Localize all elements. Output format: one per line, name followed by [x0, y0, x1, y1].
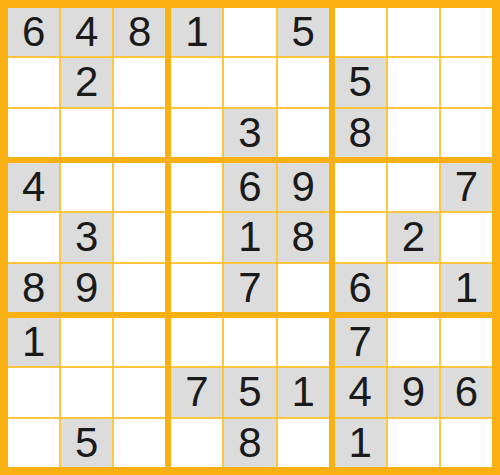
cell-r4c7[interactable]: [335, 163, 386, 211]
cell-r6c9: 1: [441, 264, 492, 312]
cell-r3c8[interactable]: [388, 109, 439, 157]
cell-r6c7: 6: [335, 264, 386, 312]
box-8: 7518: [171, 318, 328, 467]
cell-r5c4[interactable]: [171, 213, 222, 261]
cell-r9c9[interactable]: [441, 419, 492, 467]
cell-r8c1[interactable]: [8, 368, 59, 416]
box-7: 15: [8, 318, 165, 467]
cell-r5c6: 8: [278, 213, 329, 261]
cell-r1c9[interactable]: [441, 8, 492, 56]
cell-r8c4: 7: [171, 368, 222, 416]
cell-r4c1: 4: [8, 163, 59, 211]
cell-r3c9[interactable]: [441, 109, 492, 157]
cell-r9c3[interactable]: [114, 419, 165, 467]
cell-r2c3[interactable]: [114, 58, 165, 106]
cell-r4c2[interactable]: [61, 163, 112, 211]
cell-r1c2: 4: [61, 8, 112, 56]
cell-r5c7[interactable]: [335, 213, 386, 261]
cell-r3c7: 8: [335, 109, 386, 157]
cell-r2c9[interactable]: [441, 58, 492, 106]
cell-r4c3[interactable]: [114, 163, 165, 211]
cell-r7c3[interactable]: [114, 318, 165, 366]
cell-r9c2: 5: [61, 419, 112, 467]
cell-r9c4[interactable]: [171, 419, 222, 467]
cell-r8c6: 1: [278, 368, 329, 416]
cell-r2c4[interactable]: [171, 58, 222, 106]
cell-r7c5[interactable]: [224, 318, 275, 366]
cell-r3c4[interactable]: [171, 109, 222, 157]
cell-r1c6: 5: [278, 8, 329, 56]
cell-r7c9[interactable]: [441, 318, 492, 366]
cell-r2c8[interactable]: [388, 58, 439, 106]
cell-r7c8[interactable]: [388, 318, 439, 366]
cell-r6c4[interactable]: [171, 264, 222, 312]
cell-r3c3[interactable]: [114, 109, 165, 157]
cell-r3c5: 3: [224, 109, 275, 157]
cell-r4c6: 9: [278, 163, 329, 211]
cell-r1c1: 6: [8, 8, 59, 56]
cell-r3c2[interactable]: [61, 109, 112, 157]
cell-r9c1[interactable]: [8, 419, 59, 467]
cell-r5c3[interactable]: [114, 213, 165, 261]
cell-r8c2[interactable]: [61, 368, 112, 416]
cell-r5c2: 3: [61, 213, 112, 261]
cell-r4c8[interactable]: [388, 163, 439, 211]
cell-r2c1[interactable]: [8, 58, 59, 106]
cell-r9c7: 1: [335, 419, 386, 467]
cell-r6c1: 8: [8, 264, 59, 312]
cell-r1c8[interactable]: [388, 8, 439, 56]
cell-r2c5[interactable]: [224, 58, 275, 106]
cell-r5c5: 1: [224, 213, 275, 261]
sudoku-board: 648215358438969187726115751874961: [0, 0, 500, 475]
cell-r3c6[interactable]: [278, 109, 329, 157]
cell-r4c9: 7: [441, 163, 492, 211]
box-1: 6482: [8, 8, 165, 157]
box-2: 153: [171, 8, 328, 157]
cell-r4c4[interactable]: [171, 163, 222, 211]
cell-r7c1: 1: [8, 318, 59, 366]
box-4: 4389: [8, 163, 165, 312]
cell-r8c5: 5: [224, 368, 275, 416]
cell-r5c9[interactable]: [441, 213, 492, 261]
cell-r8c8: 9: [388, 368, 439, 416]
box-9: 74961: [335, 318, 492, 467]
cell-r3c1[interactable]: [8, 109, 59, 157]
box-3: 58: [335, 8, 492, 157]
cell-r5c1[interactable]: [8, 213, 59, 261]
cell-r4c5: 6: [224, 163, 275, 211]
cell-r1c7[interactable]: [335, 8, 386, 56]
cell-r2c6[interactable]: [278, 58, 329, 106]
cell-r7c4[interactable]: [171, 318, 222, 366]
box-5: 69187: [171, 163, 328, 312]
cell-r6c8[interactable]: [388, 264, 439, 312]
cell-r8c9: 6: [441, 368, 492, 416]
cell-r7c6[interactable]: [278, 318, 329, 366]
cell-r8c3[interactable]: [114, 368, 165, 416]
cell-r1c5[interactable]: [224, 8, 275, 56]
cell-r9c5: 8: [224, 419, 275, 467]
cell-r6c2: 9: [61, 264, 112, 312]
cell-r9c8[interactable]: [388, 419, 439, 467]
cell-r6c3[interactable]: [114, 264, 165, 312]
cell-r6c5: 7: [224, 264, 275, 312]
cell-r1c3: 8: [114, 8, 165, 56]
cell-r2c2: 2: [61, 58, 112, 106]
cell-r7c2[interactable]: [61, 318, 112, 366]
cell-r2c7: 5: [335, 58, 386, 106]
cell-r1c4: 1: [171, 8, 222, 56]
cell-r6c6[interactable]: [278, 264, 329, 312]
cell-r9c6[interactable]: [278, 419, 329, 467]
cell-r5c8: 2: [388, 213, 439, 261]
cell-r7c7: 7: [335, 318, 386, 366]
cell-r8c7: 4: [335, 368, 386, 416]
box-6: 7261: [335, 163, 492, 312]
